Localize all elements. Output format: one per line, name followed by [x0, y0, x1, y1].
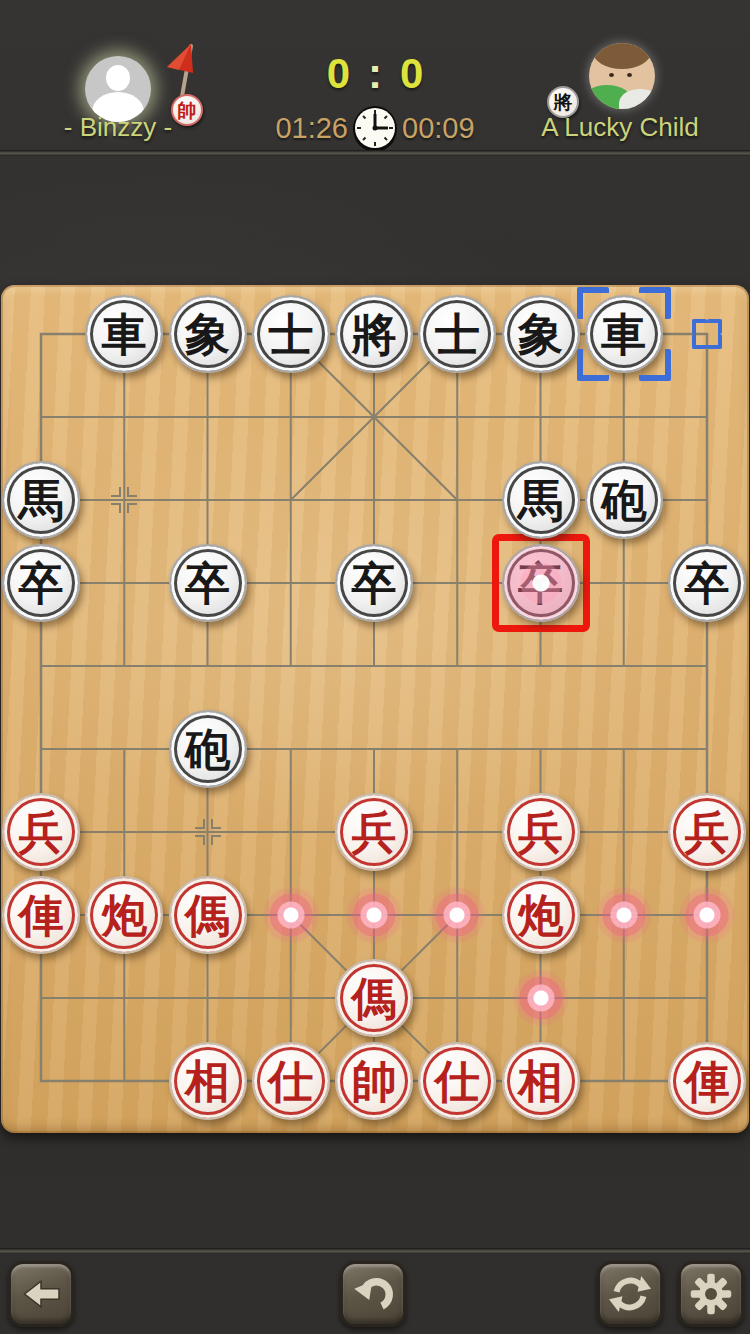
piece-傌[interactable]: 傌: [169, 876, 247, 954]
move-dot[interactable]: [678, 886, 736, 944]
back-button[interactable]: [8, 1261, 74, 1327]
piece-馬[interactable]: 馬: [2, 461, 80, 539]
piece-卒[interactable]: 卒: [502, 544, 580, 622]
piece-相[interactable]: 相: [502, 1042, 580, 1120]
player-red-name: A Lucky Child: [520, 112, 720, 143]
piece-士[interactable]: 士: [418, 295, 496, 373]
piece-俥[interactable]: 俥: [2, 876, 80, 954]
move-dot[interactable]: [512, 969, 570, 1027]
board-point-marker: [195, 819, 221, 845]
move-dot[interactable]: [428, 886, 486, 944]
gear-icon: [687, 1270, 735, 1318]
piece-馬[interactable]: 馬: [502, 461, 580, 539]
piece-象[interactable]: 象: [169, 295, 247, 373]
piece-卒[interactable]: 卒: [668, 544, 746, 622]
piece-象[interactable]: 象: [502, 295, 580, 373]
clock-icon: [351, 103, 399, 153]
avatar-hair: [593, 43, 651, 69]
piece-卒[interactable]: 卒: [335, 544, 413, 622]
rotate-sync-icon: [606, 1270, 654, 1318]
flip-board-button[interactable]: [597, 1261, 663, 1327]
avatar-bib: [619, 89, 655, 109]
piece-兵[interactable]: 兵: [2, 793, 80, 871]
top-ridge-divider: [0, 150, 750, 156]
piece-士[interactable]: 士: [252, 295, 330, 373]
player-black-name: - Binzzy -: [18, 112, 218, 143]
back-arrow-icon: [17, 1274, 65, 1314]
piece-炮[interactable]: 炮: [85, 876, 163, 954]
piece-兵[interactable]: 兵: [335, 793, 413, 871]
undo-icon: [349, 1270, 397, 1318]
piece-砲[interactable]: 砲: [585, 461, 663, 539]
piece-卒[interactable]: 卒: [169, 544, 247, 622]
app-screen: 帥 - Binzzy - 0:0 01:26 00:09: [0, 0, 750, 1334]
selected-piece-bracket: [577, 287, 671, 381]
avatar-eye: [609, 73, 614, 77]
piece-帥[interactable]: 帥: [335, 1042, 413, 1120]
avatar-eye: [627, 73, 632, 77]
piece-兵[interactable]: 兵: [668, 793, 746, 871]
piece-車[interactable]: 車: [85, 295, 163, 373]
undo-button[interactable]: [340, 1261, 406, 1327]
timer-black: 01:26: [230, 112, 348, 145]
timer-red: 00:09: [402, 112, 520, 145]
move-dot[interactable]: [262, 886, 320, 944]
move-origin-bracket: [692, 319, 722, 349]
piece-傌[interactable]: 傌: [335, 959, 413, 1037]
score: 0:0: [275, 50, 475, 98]
piece-炮[interactable]: 炮: [502, 876, 580, 954]
piece-俥[interactable]: 俥: [668, 1042, 746, 1120]
board-point-marker: [111, 487, 137, 513]
score-left: 0: [327, 50, 350, 98]
piece-仕[interactable]: 仕: [252, 1042, 330, 1120]
player-red-avatar[interactable]: [589, 43, 655, 109]
move-dot[interactable]: [345, 886, 403, 944]
piece-仕[interactable]: 仕: [418, 1042, 496, 1120]
score-separator: :: [368, 50, 382, 98]
move-dot[interactable]: [595, 886, 653, 944]
piece-砲[interactable]: 砲: [169, 710, 247, 788]
bottom-ridge-divider: [0, 1248, 750, 1254]
piece-兵[interactable]: 兵: [502, 793, 580, 871]
settings-button[interactable]: [678, 1261, 744, 1327]
piece-將[interactable]: 將: [335, 295, 413, 373]
piece-卒[interactable]: 卒: [2, 544, 80, 622]
xiangqi-board[interactable]: 車象士將士象車馬馬砲卒卒卒卒卒砲兵兵兵兵俥炮傌炮傌相仕帥仕相俥: [1, 285, 749, 1133]
piece-相[interactable]: 相: [169, 1042, 247, 1120]
score-right: 0: [400, 50, 423, 98]
capture-glow: [502, 544, 580, 622]
